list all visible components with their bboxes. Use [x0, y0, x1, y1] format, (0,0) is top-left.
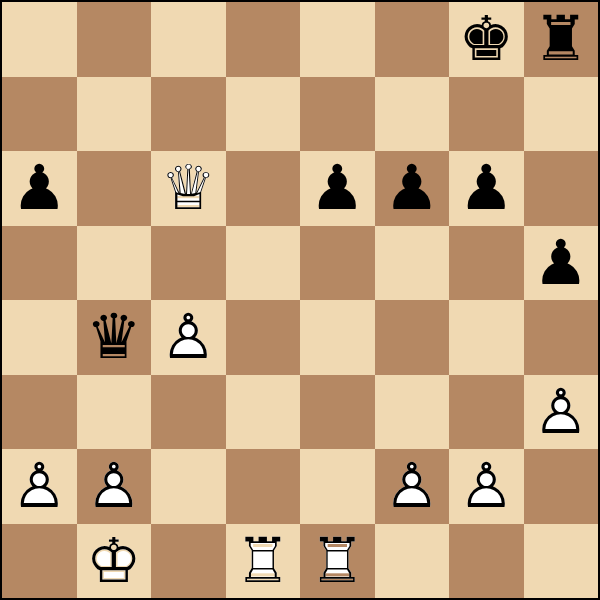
- piece-white-rook[interactable]: ♜♖: [226, 524, 301, 599]
- piece-black-rook[interactable]: ♜: [524, 2, 599, 77]
- chess-board-container: ♚♜♟♛♕♟♟♟♟♛♟♙♟♙♟♙♟♙♟♙♟♙♚♔♜♖♜♖: [0, 0, 600, 600]
- square-c4[interactable]: ♟♙: [151, 300, 226, 375]
- square-c5[interactable]: [151, 226, 226, 301]
- black-pawn-glyph: ♟: [2, 151, 77, 226]
- square-h5[interactable]: ♟: [524, 226, 599, 301]
- piece-white-pawn[interactable]: ♟♙: [2, 449, 77, 524]
- square-g6[interactable]: ♟: [449, 151, 524, 226]
- white-pawn-outline-glyph: ♙: [524, 375, 599, 450]
- square-d6[interactable]: [226, 151, 301, 226]
- square-h1[interactable]: [524, 524, 599, 599]
- square-g7[interactable]: [449, 77, 524, 152]
- square-b7[interactable]: [77, 77, 152, 152]
- piece-white-pawn[interactable]: ♟♙: [375, 449, 450, 524]
- square-e8[interactable]: [300, 2, 375, 77]
- square-d1[interactable]: ♜♖: [226, 524, 301, 599]
- white-pawn-outline-glyph: ♙: [375, 449, 450, 524]
- square-d8[interactable]: [226, 2, 301, 77]
- black-queen-glyph: ♛: [77, 300, 152, 375]
- square-b1[interactable]: ♚♔: [77, 524, 152, 599]
- piece-white-queen[interactable]: ♛♕: [151, 151, 226, 226]
- square-a7[interactable]: [2, 77, 77, 152]
- piece-white-pawn[interactable]: ♟♙: [449, 449, 524, 524]
- piece-black-queen[interactable]: ♛: [77, 300, 152, 375]
- square-d7[interactable]: [226, 77, 301, 152]
- square-d4[interactable]: [226, 300, 301, 375]
- piece-white-pawn[interactable]: ♟♙: [524, 375, 599, 450]
- square-a3[interactable]: [2, 375, 77, 450]
- black-king-glyph: ♚: [449, 2, 524, 77]
- square-c6[interactable]: ♛♕: [151, 151, 226, 226]
- square-h2[interactable]: [524, 449, 599, 524]
- square-c3[interactable]: [151, 375, 226, 450]
- square-h4[interactable]: [524, 300, 599, 375]
- square-g5[interactable]: [449, 226, 524, 301]
- square-h6[interactable]: [524, 151, 599, 226]
- square-b4[interactable]: ♛: [77, 300, 152, 375]
- square-d3[interactable]: [226, 375, 301, 450]
- black-pawn-glyph: ♟: [524, 226, 599, 301]
- square-d2[interactable]: [226, 449, 301, 524]
- black-pawn-glyph: ♟: [449, 151, 524, 226]
- square-c8[interactable]: [151, 2, 226, 77]
- black-rook-glyph: ♜: [524, 2, 599, 77]
- square-b3[interactable]: [77, 375, 152, 450]
- square-b2[interactable]: ♟♙: [77, 449, 152, 524]
- white-rook-outline-glyph: ♖: [300, 524, 375, 599]
- square-g1[interactable]: [449, 524, 524, 599]
- white-pawn-outline-glyph: ♙: [2, 449, 77, 524]
- piece-black-king[interactable]: ♚: [449, 2, 524, 77]
- piece-black-pawn[interactable]: ♟: [2, 151, 77, 226]
- square-h7[interactable]: [524, 77, 599, 152]
- white-pawn-outline-glyph: ♙: [449, 449, 524, 524]
- square-c2[interactable]: [151, 449, 226, 524]
- square-e5[interactable]: [300, 226, 375, 301]
- white-rook-outline-glyph: ♖: [226, 524, 301, 599]
- white-queen-outline-glyph: ♕: [151, 151, 226, 226]
- piece-black-pawn[interactable]: ♟: [375, 151, 450, 226]
- square-f7[interactable]: [375, 77, 450, 152]
- chess-board: ♚♜♟♛♕♟♟♟♟♛♟♙♟♙♟♙♟♙♟♙♟♙♚♔♜♖♜♖: [0, 0, 600, 600]
- square-e2[interactable]: [300, 449, 375, 524]
- square-f3[interactable]: [375, 375, 450, 450]
- square-f6[interactable]: ♟: [375, 151, 450, 226]
- square-a5[interactable]: [2, 226, 77, 301]
- square-a8[interactable]: [2, 2, 77, 77]
- square-b6[interactable]: [77, 151, 152, 226]
- square-a6[interactable]: ♟: [2, 151, 77, 226]
- square-a1[interactable]: [2, 524, 77, 599]
- square-h8[interactable]: ♜: [524, 2, 599, 77]
- black-pawn-glyph: ♟: [375, 151, 450, 226]
- white-pawn-outline-glyph: ♙: [77, 449, 152, 524]
- black-pawn-glyph: ♟: [300, 151, 375, 226]
- square-g2[interactable]: ♟♙: [449, 449, 524, 524]
- piece-white-rook[interactable]: ♜♖: [300, 524, 375, 599]
- square-e1[interactable]: ♜♖: [300, 524, 375, 599]
- square-b8[interactable]: [77, 2, 152, 77]
- square-f1[interactable]: [375, 524, 450, 599]
- piece-black-pawn[interactable]: ♟: [524, 226, 599, 301]
- square-f8[interactable]: [375, 2, 450, 77]
- square-g3[interactable]: [449, 375, 524, 450]
- square-c1[interactable]: [151, 524, 226, 599]
- square-c7[interactable]: [151, 77, 226, 152]
- square-f4[interactable]: [375, 300, 450, 375]
- square-d5[interactable]: [226, 226, 301, 301]
- square-a4[interactable]: [2, 300, 77, 375]
- square-f2[interactable]: ♟♙: [375, 449, 450, 524]
- square-g8[interactable]: ♚: [449, 2, 524, 77]
- piece-white-pawn[interactable]: ♟♙: [77, 449, 152, 524]
- square-h3[interactable]: ♟♙: [524, 375, 599, 450]
- square-e4[interactable]: [300, 300, 375, 375]
- square-f5[interactable]: [375, 226, 450, 301]
- white-king-outline-glyph: ♔: [77, 524, 152, 599]
- piece-black-pawn[interactable]: ♟: [449, 151, 524, 226]
- square-e3[interactable]: [300, 375, 375, 450]
- piece-white-king[interactable]: ♚♔: [77, 524, 152, 599]
- square-a2[interactable]: ♟♙: [2, 449, 77, 524]
- square-g4[interactable]: [449, 300, 524, 375]
- square-b5[interactable]: [77, 226, 152, 301]
- piece-white-pawn[interactable]: ♟♙: [151, 300, 226, 375]
- square-e7[interactable]: [300, 77, 375, 152]
- white-pawn-outline-glyph: ♙: [151, 300, 226, 375]
- piece-black-pawn[interactable]: ♟: [300, 151, 375, 226]
- square-e6[interactable]: ♟: [300, 151, 375, 226]
